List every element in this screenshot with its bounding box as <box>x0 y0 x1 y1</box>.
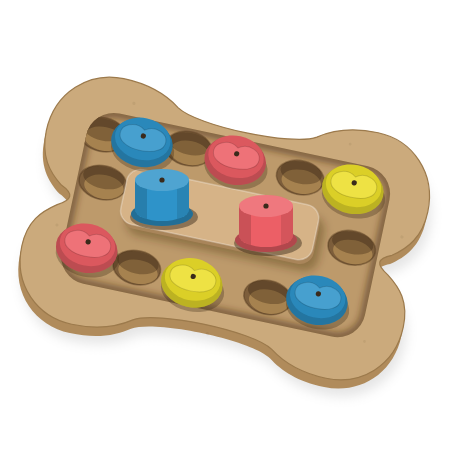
peg-blue-slider[interactable] <box>130 169 198 230</box>
product-photo-stage: Wooden bone-shaped dog treat puzzle boar… <box>0 0 450 450</box>
dog-puzzle-board-photo <box>0 0 450 450</box>
peg-red-slider[interactable] <box>234 195 302 256</box>
